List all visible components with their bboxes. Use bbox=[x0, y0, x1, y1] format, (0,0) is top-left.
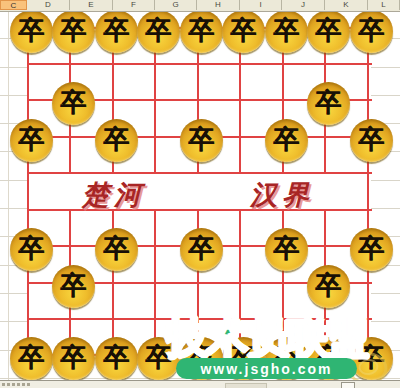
watermark-url-band: www.jsgho.com bbox=[176, 358, 357, 379]
piece-glyph: 卒 bbox=[273, 17, 299, 43]
board-rank-line bbox=[27, 63, 372, 65]
piece-glyph: 卒 bbox=[18, 17, 44, 43]
piece-glyph: 卒 bbox=[60, 17, 86, 43]
board-rank-line bbox=[27, 209, 372, 211]
piece-glyph: 卒 bbox=[315, 272, 341, 298]
board-rank-line bbox=[27, 172, 372, 174]
piece-glyph: 卒 bbox=[358, 235, 384, 261]
excel-bottom-strip bbox=[0, 380, 400, 388]
board-file-line bbox=[367, 27, 369, 358]
piece-glyph: 卒 bbox=[103, 17, 129, 43]
piece-soldier[interactable]: 卒 bbox=[10, 119, 53, 162]
piece-glyph: 卒 bbox=[230, 17, 256, 43]
piece-soldier[interactable]: 卒 bbox=[265, 119, 308, 162]
piece-glyph: 卒 bbox=[145, 17, 171, 43]
piece-soldier[interactable]: 卒 bbox=[180, 10, 223, 53]
piece-glyph: 卒 bbox=[188, 126, 214, 152]
scrollbar-track[interactable] bbox=[225, 383, 267, 388]
piece-glyph: 卒 bbox=[358, 17, 384, 43]
piece-glyph: 卒 bbox=[18, 235, 44, 261]
watermark-url: www.jsgho.com bbox=[200, 361, 332, 377]
piece-glyph: 卒 bbox=[358, 126, 384, 152]
piece-soldier[interactable]: 卒 bbox=[350, 119, 393, 162]
piece-soldier[interactable]: 卒 bbox=[95, 228, 138, 271]
column-header-F[interactable]: F bbox=[113, 0, 155, 10]
river-label-left: 楚河 bbox=[82, 177, 146, 213]
piece-soldier[interactable]: 卒 bbox=[52, 265, 95, 308]
piece-soldier[interactable]: 卒 bbox=[95, 10, 138, 53]
piece-soldier[interactable]: 卒 bbox=[307, 265, 350, 308]
excel-worksheet: 楚河 汉界 卒卒卒卒卒卒卒卒卒卒卒卒卒卒卒卒卒卒卒卒卒卒卒卒卒卒卒卒卒卒卒卒 C… bbox=[0, 0, 400, 388]
piece-soldier[interactable]: 卒 bbox=[10, 10, 53, 53]
piece-soldier[interactable]: 卒 bbox=[10, 337, 53, 380]
board-file-line bbox=[154, 209, 156, 357]
piece-soldier[interactable]: 卒 bbox=[180, 119, 223, 162]
piece-soldier[interactable]: 卒 bbox=[137, 10, 180, 53]
column-header-J[interactable]: J bbox=[282, 0, 325, 10]
piece-soldier[interactable]: 卒 bbox=[307, 10, 350, 53]
sheet-tab-hint[interactable] bbox=[2, 383, 32, 386]
column-header-K[interactable]: K bbox=[325, 0, 368, 10]
piece-soldier[interactable]: 卒 bbox=[222, 10, 265, 53]
piece-glyph: 卒 bbox=[18, 126, 44, 152]
column-header-L[interactable]: L bbox=[368, 0, 400, 10]
piece-glyph: 卒 bbox=[103, 235, 129, 261]
scrollbar-thumb[interactable] bbox=[341, 382, 355, 388]
piece-soldier[interactable]: 卒 bbox=[350, 228, 393, 271]
piece-glyph: 卒 bbox=[103, 126, 129, 152]
piece-soldier[interactable]: 卒 bbox=[265, 228, 308, 271]
piece-soldier[interactable]: 卒 bbox=[180, 228, 223, 271]
piece-soldier[interactable]: 卒 bbox=[95, 337, 138, 380]
piece-soldier[interactable]: 卒 bbox=[265, 10, 308, 53]
piece-soldier[interactable]: 卒 bbox=[52, 10, 95, 53]
piece-glyph: 卒 bbox=[103, 344, 129, 370]
piece-soldier[interactable]: 卒 bbox=[307, 82, 350, 125]
excel-column-header-row: CDEFGHIJKL bbox=[0, 0, 400, 12]
river-label-right: 汉界 bbox=[250, 177, 314, 213]
column-header-E[interactable]: E bbox=[70, 0, 113, 10]
piece-soldier[interactable]: 卒 bbox=[10, 228, 53, 271]
piece-glyph: 卒 bbox=[18, 344, 44, 370]
column-header-H[interactable]: H bbox=[197, 0, 240, 10]
piece-glyph: 卒 bbox=[60, 344, 86, 370]
piece-glyph: 卒 bbox=[60, 89, 86, 115]
board-file-line bbox=[27, 27, 29, 358]
column-header-G[interactable]: G bbox=[155, 0, 197, 10]
piece-glyph: 卒 bbox=[60, 272, 86, 298]
piece-soldier[interactable]: 卒 bbox=[52, 337, 95, 380]
column-header-I[interactable]: I bbox=[240, 0, 282, 10]
piece-glyph: 卒 bbox=[315, 89, 341, 115]
column-header-D[interactable]: D bbox=[27, 0, 70, 10]
piece-glyph: 卒 bbox=[273, 126, 299, 152]
piece-soldier[interactable]: 卒 bbox=[52, 82, 95, 125]
piece-glyph: 卒 bbox=[273, 235, 299, 261]
piece-glyph: 卒 bbox=[315, 17, 341, 43]
piece-glyph: 卒 bbox=[188, 17, 214, 43]
piece-soldier[interactable]: 卒 bbox=[95, 119, 138, 162]
column-header-C[interactable]: C bbox=[0, 0, 27, 10]
piece-glyph: 卒 bbox=[188, 235, 214, 261]
piece-soldier[interactable]: 卒 bbox=[350, 10, 393, 53]
